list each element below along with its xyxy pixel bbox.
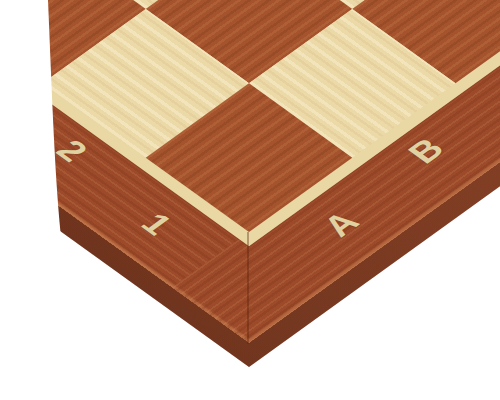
chessboard-photo: 1 2 A B: [0, 0, 500, 400]
frame-miter-seam: [247, 232, 249, 344]
chessboard: 1 2 A B: [0, 0, 500, 343]
